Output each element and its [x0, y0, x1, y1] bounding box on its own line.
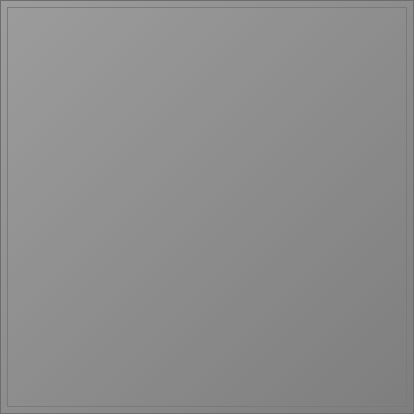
chess-board	[8, 8, 406, 406]
board-frame	[0, 0, 414, 414]
